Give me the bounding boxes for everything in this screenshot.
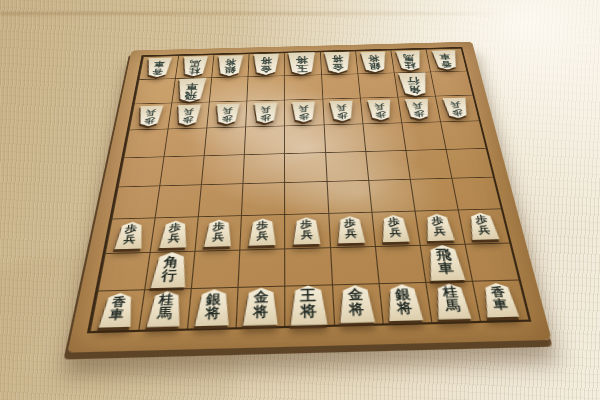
piece-face: 銀将 [359, 51, 388, 72]
board-wood: 香車桂馬銀将金将玉将金将銀将桂馬香車飛車角行歩兵歩兵歩兵歩兵歩兵歩兵歩兵歩兵歩兵… [67, 42, 551, 353]
piece-pawn-gote[interactable]: 歩兵 [175, 104, 202, 125]
cell-8g[interactable]: 歩兵 [150, 217, 198, 253]
cell-8c[interactable]: 歩兵 [168, 102, 209, 129]
cell-6f[interactable] [241, 183, 284, 216]
cell-6e[interactable] [243, 153, 285, 184]
piece-kanji: 歩 [337, 111, 348, 119]
cell-4g[interactable]: 歩兵 [328, 212, 375, 247]
cell-2e[interactable] [405, 149, 451, 180]
cell-2c[interactable]: 歩兵 [397, 96, 440, 123]
cell-3g[interactable]: 歩兵 [371, 211, 419, 246]
cell-6a[interactable]: 金将 [248, 53, 284, 77]
piece-kanji: 馬 [403, 54, 415, 62]
cell-5g[interactable]: 歩兵 [285, 213, 330, 248]
piece-kanji: 将 [300, 303, 316, 319]
piece-kanji: 銀 [224, 66, 236, 74]
piece-gold-sente[interactable]: 金将 [337, 285, 376, 323]
piece-face: 金将 [242, 287, 279, 325]
cell-6g[interactable]: 歩兵 [240, 214, 285, 249]
piece-kanji: 車 [492, 299, 509, 312]
cell-9e[interactable] [118, 156, 164, 187]
cell-4e[interactable] [325, 151, 368, 182]
cell-7c[interactable]: 歩兵 [207, 101, 247, 128]
piece-kanji: 歩 [375, 110, 386, 118]
piece-gold-gote[interactable]: 金将 [324, 52, 353, 74]
piece-face: 銀将 [216, 55, 244, 76]
cell-5h[interactable] [285, 247, 332, 285]
piece-face: 金将 [337, 285, 376, 323]
piece-face: 歩兵 [466, 212, 501, 240]
piece-silver-gote[interactable]: 銀将 [359, 51, 388, 72]
piece-kanji: 兵 [412, 102, 424, 110]
piece-silver-sente[interactable]: 銀将 [384, 284, 424, 321]
piece-kanji: 行 [406, 76, 420, 85]
piece-kanji: 将 [296, 56, 308, 65]
piece-face: 歩兵 [379, 215, 411, 243]
piece-face: 歩兵 [404, 98, 432, 119]
piece-face: 歩兵 [329, 100, 355, 121]
cell-8i[interactable]: 桂馬 [138, 288, 191, 330]
cell-7d[interactable] [204, 126, 246, 155]
piece-knight-sente[interactable]: 桂馬 [432, 283, 473, 319]
cell-3i[interactable]: 銀将 [378, 282, 431, 323]
piece-kanji: 歩 [451, 108, 463, 116]
piece-pawn-gote[interactable]: 歩兵 [214, 103, 240, 124]
piece-kanji: 兵 [123, 234, 137, 245]
cell-4i[interactable]: 金将 [331, 283, 382, 324]
cell-5e[interactable] [284, 152, 326, 183]
piece-face: 歩兵 [248, 218, 277, 246]
cell-3h[interactable] [374, 245, 424, 283]
piece-face: 桂馬 [180, 56, 208, 77]
piece-kanji: 香 [152, 68, 164, 76]
cell-8d[interactable] [164, 127, 207, 156]
piece-face: 桂馬 [146, 291, 185, 328]
piece-kanji: 兵 [345, 229, 358, 240]
piece-king-sente[interactable]: 王将 [289, 285, 329, 326]
cell-7b[interactable] [209, 76, 248, 101]
piece-silver-gote[interactable]: 銀将 [216, 55, 244, 76]
cell-5a[interactable]: 玉将 [284, 52, 320, 76]
piece-face: 銀将 [384, 284, 424, 321]
piece-kanji: 角 [408, 85, 422, 94]
cell-2f[interactable] [410, 178, 458, 211]
piece-kanji: 飛 [184, 91, 197, 100]
cell-8a[interactable]: 桂馬 [175, 55, 214, 79]
piece-kanji: 歩 [144, 116, 156, 124]
photo-scene: 香車桂馬銀将金将玉将金将銀将桂馬香車飛車角行歩兵歩兵歩兵歩兵歩兵歩兵歩兵歩兵歩兵… [0, 0, 600, 400]
piece-pawn-sente[interactable]: 歩兵 [292, 217, 321, 245]
cell-1b[interactable] [430, 71, 472, 96]
piece-gold-sente[interactable]: 金将 [242, 287, 279, 325]
cell-8f[interactable] [155, 185, 201, 218]
piece-pawn-sente[interactable]: 歩兵 [466, 212, 501, 240]
piece-kanji: 歩 [413, 109, 425, 117]
cell-3a[interactable]: 銀将 [355, 50, 394, 74]
cell-5i[interactable]: 王将 [285, 285, 334, 326]
cell-8h[interactable]: 角行 [144, 251, 194, 289]
piece-face: 角行 [149, 252, 190, 289]
piece-pawn-gote[interactable]: 歩兵 [329, 100, 355, 121]
piece-kanji: 馬 [189, 59, 201, 67]
piece-face: 歩兵 [291, 101, 316, 122]
piece-pawn-sente[interactable]: 歩兵 [248, 218, 277, 246]
piece-face: 桂馬 [432, 283, 473, 319]
piece-face: 玉将 [288, 52, 317, 75]
piece-face: 歩兵 [214, 103, 240, 124]
piece-kanji: 兵 [477, 225, 491, 236]
piece-kanji: 車 [186, 82, 199, 91]
piece-bishop-sente[interactable]: 角行 [149, 252, 190, 289]
piece-kanji: 行 [161, 268, 178, 282]
cell-1h[interactable] [464, 243, 518, 281]
cell-3d[interactable] [362, 122, 405, 151]
piece-face: 歩兵 [366, 99, 393, 120]
piece-face: 王将 [289, 285, 329, 326]
piece-kanji: 車 [437, 261, 455, 275]
cell-7i[interactable]: 銀将 [187, 287, 238, 329]
cell-9h[interactable] [98, 252, 150, 290]
piece-pawn-gote[interactable]: 歩兵 [252, 102, 277, 123]
cell-4b[interactable] [321, 73, 360, 98]
piece-kanji: 銀 [368, 62, 380, 70]
piece-kanji: 歩 [183, 115, 194, 123]
piece-kanji: 兵 [433, 226, 447, 237]
piece-kanji: 金 [260, 65, 272, 73]
piece-pawn-sente[interactable]: 歩兵 [113, 221, 146, 249]
cell-1e[interactable] [445, 148, 493, 178]
piece-king-gote[interactable]: 玉将 [288, 52, 317, 75]
piece-kanji: 将 [349, 302, 365, 317]
cell-5d[interactable] [284, 124, 324, 153]
cell-8b[interactable]: 飛車 [172, 77, 212, 102]
piece-face: 飛車 [424, 245, 466, 282]
cell-1d[interactable] [440, 120, 486, 148]
piece-kanji: 将 [368, 54, 380, 62]
piece-kanji: 兵 [450, 101, 462, 109]
piece-face: 歩兵 [136, 105, 164, 126]
cell-4a[interactable]: 金将 [320, 51, 358, 75]
cell-1i[interactable]: 香車 [472, 280, 529, 321]
piece-pawn-gote[interactable]: 歩兵 [291, 101, 316, 122]
piece-face: 歩兵 [422, 213, 455, 241]
piece-pawn-sente[interactable]: 歩兵 [422, 213, 455, 241]
piece-kanji: 将 [225, 58, 237, 66]
cell-6b[interactable] [247, 75, 285, 100]
piece-pawn-gote[interactable]: 歩兵 [136, 105, 164, 126]
piece-face: 歩兵 [336, 216, 367, 244]
cell-9c[interactable]: 歩兵 [129, 103, 172, 130]
piece-kanji: 兵 [212, 232, 225, 243]
cell-4f[interactable] [326, 180, 371, 213]
cell-1c[interactable]: 歩兵 [435, 95, 479, 122]
piece-kanji: 兵 [389, 227, 402, 238]
piece-gold-gote[interactable]: 金将 [252, 54, 280, 76]
cell-2g[interactable]: 歩兵 [414, 210, 464, 245]
cell-3b[interactable] [357, 73, 397, 98]
piece-pawn-gote[interactable]: 歩兵 [404, 98, 432, 119]
piece-kanji: 車 [154, 60, 166, 68]
piece-bishop-gote[interactable]: 角行 [397, 72, 430, 96]
piece-kanji: 玉 [296, 64, 308, 73]
piece-kanji: 香 [441, 60, 453, 68]
piece-face: 香車 [479, 283, 520, 318]
piece-face: 香車 [144, 57, 172, 77]
cell-8e[interactable] [159, 155, 204, 186]
piece-pawn-gote[interactable]: 歩兵 [442, 97, 471, 118]
piece-kanji: 兵 [260, 105, 270, 113]
piece-face: 金将 [324, 52, 353, 74]
piece-face: 香車 [431, 50, 460, 70]
piece-kanji: 歩 [221, 114, 232, 122]
piece-face: 歩兵 [292, 217, 321, 245]
piece-kanji: 兵 [301, 230, 313, 241]
tatami-seam [0, 12, 600, 15]
cell-9d[interactable] [124, 128, 168, 157]
piece-kanji: 兵 [167, 233, 180, 244]
cell-2b[interactable]: 角行 [394, 72, 435, 97]
piece-face: 飛車 [176, 78, 208, 102]
piece-knight-sente[interactable]: 桂馬 [146, 291, 185, 328]
cell-7a[interactable]: 銀将 [211, 54, 248, 78]
piece-face: 歩兵 [158, 220, 190, 248]
cell-9i[interactable]: 香車 [90, 289, 145, 331]
cell-2h[interactable]: 飛車 [419, 244, 471, 282]
piece-kanji: 王 [300, 288, 316, 303]
piece-kanji: 兵 [145, 108, 157, 116]
cell-9a[interactable]: 香車 [139, 56, 179, 80]
piece-lance-sente[interactable]: 香車 [479, 283, 520, 318]
piece-kanji: 歩 [298, 112, 309, 120]
cell-5f[interactable] [284, 181, 327, 214]
cell-1g[interactable]: 歩兵 [458, 209, 510, 244]
piece-face: 歩兵 [442, 97, 471, 118]
piece-kanji: 桂 [188, 67, 200, 75]
piece-kanji: 車 [108, 309, 124, 323]
piece-kanji: 馬 [157, 307, 173, 321]
piece-face: 歩兵 [252, 102, 277, 123]
cell-9f[interactable] [111, 186, 159, 219]
piece-kanji: 将 [205, 306, 221, 320]
board-grid: 香車桂馬銀将金将玉将金将銀将桂馬香車飛車角行歩兵歩兵歩兵歩兵歩兵歩兵歩兵歩兵歩兵… [87, 47, 531, 333]
piece-rook-sente[interactable]: 飛車 [424, 245, 466, 282]
piece-face: 歩兵 [113, 221, 146, 249]
piece-kanji: 馬 [444, 300, 461, 314]
piece-face: 桂馬 [395, 50, 424, 71]
piece-kanji: 将 [396, 301, 413, 315]
cell-5c[interactable]: 歩兵 [284, 99, 323, 126]
cell-6i[interactable]: 金将 [236, 286, 285, 328]
cell-4c[interactable]: 歩兵 [322, 98, 362, 125]
piece-kanji: 兵 [184, 107, 195, 115]
cell-1f[interactable] [451, 177, 501, 210]
piece-lance-gote[interactable]: 香車 [431, 50, 460, 70]
piece-knight-gote[interactable]: 桂馬 [180, 56, 208, 77]
piece-kanji: 将 [261, 57, 272, 65]
cell-3c[interactable]: 歩兵 [360, 97, 401, 124]
piece-face: 香車 [98, 292, 137, 327]
cell-6d[interactable] [244, 125, 284, 154]
cell-2a[interactable]: 桂馬 [390, 49, 430, 73]
cell-5b[interactable] [284, 74, 322, 99]
cell-4d[interactable] [323, 123, 365, 152]
cell-7g[interactable]: 歩兵 [195, 215, 242, 251]
piece-silver-sente[interactable]: 銀将 [194, 289, 232, 327]
piece-kanji: 将 [332, 55, 344, 63]
piece-kanji: 兵 [336, 104, 347, 112]
piece-pawn-sente[interactable]: 歩兵 [379, 215, 411, 243]
cell-3f[interactable] [368, 179, 414, 212]
cell-1a[interactable]: 香車 [425, 48, 466, 71]
piece-kanji: 兵 [374, 103, 385, 111]
piece-face: 歩兵 [203, 219, 233, 247]
piece-kanji: 将 [253, 304, 269, 319]
piece-pawn-sente[interactable]: 歩兵 [158, 220, 190, 248]
piece-knight-gote[interactable]: 桂馬 [395, 50, 424, 71]
piece-kanji: 歩 [260, 113, 271, 121]
cell-7e[interactable] [201, 154, 244, 185]
piece-kanji: 金 [332, 63, 344, 71]
piece-kanji: 兵 [222, 106, 233, 114]
piece-pawn-sente[interactable]: 歩兵 [336, 216, 367, 244]
shogi-board: 香車桂馬銀将金将玉将金将銀将桂馬香車飛車角行歩兵歩兵歩兵歩兵歩兵歩兵歩兵歩兵歩兵… [67, 42, 551, 353]
cell-7h[interactable] [191, 250, 240, 288]
piece-lance-gote[interactable]: 香車 [144, 57, 172, 77]
piece-pawn-gote[interactable]: 歩兵 [366, 99, 393, 120]
cell-2i[interactable]: 桂馬 [425, 281, 480, 322]
cell-6c[interactable]: 歩兵 [246, 100, 285, 127]
cell-3e[interactable] [365, 150, 410, 181]
cell-7f[interactable] [198, 184, 243, 217]
piece-face: 角行 [397, 72, 430, 96]
piece-face: 歩兵 [175, 104, 202, 125]
cell-9g[interactable]: 歩兵 [105, 218, 155, 254]
cell-2d[interactable] [401, 121, 445, 150]
piece-kanji: 桂 [404, 61, 416, 69]
piece-kanji: 兵 [256, 231, 268, 242]
piece-pawn-sente[interactable]: 歩兵 [203, 219, 233, 247]
piece-rook-gote[interactable]: 飛車 [176, 78, 208, 102]
piece-lance-sente[interactable]: 香車 [98, 292, 137, 327]
piece-face: 銀将 [194, 289, 232, 327]
cell-9b[interactable] [134, 78, 175, 103]
piece-kanji: 兵 [298, 105, 308, 113]
cell-6h[interactable] [238, 249, 285, 287]
cell-4h[interactable] [330, 246, 379, 284]
piece-face: 金将 [252, 54, 280, 76]
piece-kanji: 車 [439, 53, 451, 60]
